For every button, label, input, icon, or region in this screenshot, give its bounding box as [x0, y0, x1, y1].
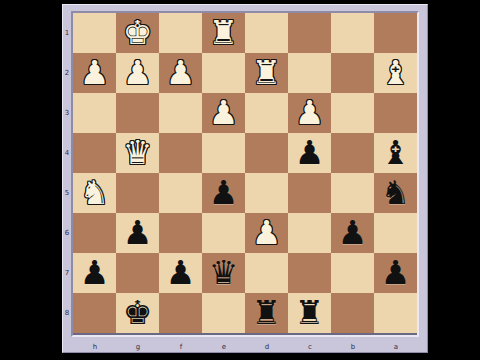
square-c2[interactable] — [288, 53, 331, 93]
square-d7[interactable] — [245, 253, 288, 293]
square-d4[interactable] — [245, 133, 288, 173]
white-rook: ♜ — [202, 13, 245, 53]
square-h2[interactable]: ♟ — [73, 53, 116, 93]
square-e4[interactable] — [202, 133, 245, 173]
square-b5[interactable] — [331, 173, 374, 213]
square-a8[interactable] — [374, 293, 417, 333]
black-pawn: ♟ — [73, 253, 116, 293]
square-d2[interactable]: ♜ — [245, 53, 288, 93]
black-pawn: ♟ — [288, 133, 331, 173]
square-h6[interactable] — [73, 213, 116, 253]
square-a3[interactable] — [374, 93, 417, 133]
letterbox-left — [0, 0, 62, 360]
black-rook: ♜ — [288, 293, 331, 333]
square-g6[interactable]: ♟ — [116, 213, 159, 253]
square-d8[interactable]: ♜ — [245, 293, 288, 333]
white-queen: ♛ — [116, 133, 159, 173]
white-pawn: ♟ — [202, 93, 245, 133]
square-h4[interactable] — [73, 133, 116, 173]
white-rook: ♜ — [245, 53, 288, 93]
square-f8[interactable] — [159, 293, 202, 333]
square-b6[interactable]: ♟ — [331, 213, 374, 253]
square-e2[interactable] — [202, 53, 245, 93]
square-c5[interactable] — [288, 173, 331, 213]
square-a1[interactable] — [374, 13, 417, 53]
rank-label-4: 4 — [63, 148, 71, 158]
square-d6[interactable]: ♟ — [245, 213, 288, 253]
square-a7[interactable]: ♟ — [374, 253, 417, 293]
white-king: ♚ — [116, 13, 159, 53]
black-rook: ♜ — [245, 293, 288, 333]
square-c1[interactable] — [288, 13, 331, 53]
square-b1[interactable] — [331, 13, 374, 53]
square-g7[interactable] — [116, 253, 159, 293]
file-label-h: h — [89, 342, 101, 352]
square-g2[interactable]: ♟ — [116, 53, 159, 93]
square-h5[interactable]: ♞ — [73, 173, 116, 213]
square-a5[interactable]: ♞ — [374, 173, 417, 213]
black-pawn: ♟ — [202, 173, 245, 213]
square-g4[interactable]: ♛ — [116, 133, 159, 173]
rank-label-8: 8 — [63, 308, 71, 318]
rank-label-7: 7 — [63, 268, 71, 278]
square-e8[interactable] — [202, 293, 245, 333]
square-c3[interactable]: ♟ — [288, 93, 331, 133]
white-bishop: ♝ — [374, 53, 417, 93]
square-h1[interactable] — [73, 13, 116, 53]
rank-label-5: 5 — [63, 188, 71, 198]
square-g1[interactable]: ♚ — [116, 13, 159, 53]
square-c4[interactable]: ♟ — [288, 133, 331, 173]
rank-label-1: 1 — [63, 28, 71, 38]
square-b8[interactable] — [331, 293, 374, 333]
chess-app-window: 12345678 ♚♜♟♟♟♜♝♟♟♛♟♝♞♟♞♟♟♟♟♟♛♟♚♜♜ hgfed… — [62, 4, 428, 353]
board-frame: ♚♜♟♟♟♜♝♟♟♛♟♝♞♟♞♟♟♟♟♟♛♟♚♜♜ — [71, 11, 419, 337]
square-d1[interactable] — [245, 13, 288, 53]
white-pawn: ♟ — [116, 53, 159, 93]
square-e6[interactable] — [202, 213, 245, 253]
square-c6[interactable] — [288, 213, 331, 253]
square-g8[interactable]: ♚ — [116, 293, 159, 333]
black-pawn: ♟ — [331, 213, 374, 253]
black-queen: ♛ — [202, 253, 245, 293]
square-h8[interactable] — [73, 293, 116, 333]
chess-board: ♚♜♟♟♟♜♝♟♟♛♟♝♞♟♞♟♟♟♟♟♛♟♚♜♜ — [73, 13, 417, 333]
square-e1[interactable]: ♜ — [202, 13, 245, 53]
square-b2[interactable] — [331, 53, 374, 93]
square-a4[interactable]: ♝ — [374, 133, 417, 173]
square-h3[interactable] — [73, 93, 116, 133]
square-e5[interactable]: ♟ — [202, 173, 245, 213]
square-f6[interactable] — [159, 213, 202, 253]
square-f1[interactable] — [159, 13, 202, 53]
square-g5[interactable] — [116, 173, 159, 213]
black-pawn: ♟ — [116, 213, 159, 253]
letterbox-right — [428, 0, 480, 360]
square-f4[interactable] — [159, 133, 202, 173]
square-b4[interactable] — [331, 133, 374, 173]
square-b3[interactable] — [331, 93, 374, 133]
square-f7[interactable]: ♟ — [159, 253, 202, 293]
black-pawn: ♟ — [159, 253, 202, 293]
rank-label-3: 3 — [63, 108, 71, 118]
white-pawn: ♟ — [288, 93, 331, 133]
black-bishop: ♝ — [374, 133, 417, 173]
square-c8[interactable]: ♜ — [288, 293, 331, 333]
square-e3[interactable]: ♟ — [202, 93, 245, 133]
white-knight: ♞ — [73, 173, 116, 213]
square-a2[interactable]: ♝ — [374, 53, 417, 93]
square-g3[interactable] — [116, 93, 159, 133]
file-label-c: c — [304, 342, 316, 352]
file-label-a: a — [390, 342, 402, 352]
square-h7[interactable]: ♟ — [73, 253, 116, 293]
white-pawn: ♟ — [159, 53, 202, 93]
file-label-f: f — [175, 342, 187, 352]
black-king: ♚ — [116, 293, 159, 333]
file-label-e: e — [218, 342, 230, 352]
square-d5[interactable] — [245, 173, 288, 213]
white-pawn: ♟ — [73, 53, 116, 93]
rank-label-6: 6 — [63, 228, 71, 238]
square-a6[interactable] — [374, 213, 417, 253]
square-f3[interactable] — [159, 93, 202, 133]
video-frame: 12345678 ♚♜♟♟♟♜♝♟♟♛♟♝♞♟♞♟♟♟♟♟♛♟♚♜♜ hgfed… — [0, 0, 480, 360]
square-c7[interactable] — [288, 253, 331, 293]
black-knight: ♞ — [374, 173, 417, 213]
square-e7[interactable]: ♛ — [202, 253, 245, 293]
file-label-d: d — [261, 342, 273, 352]
white-pawn: ♟ — [245, 213, 288, 253]
square-b7[interactable] — [331, 253, 374, 293]
file-label-b: b — [347, 342, 359, 352]
rank-label-2: 2 — [63, 68, 71, 78]
file-label-g: g — [132, 342, 144, 352]
square-d3[interactable] — [245, 93, 288, 133]
square-f2[interactable]: ♟ — [159, 53, 202, 93]
square-f5[interactable] — [159, 173, 202, 213]
black-pawn: ♟ — [374, 253, 417, 293]
